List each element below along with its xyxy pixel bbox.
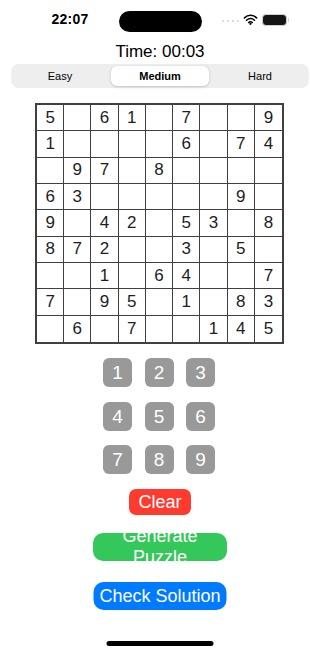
sudoku-cell[interactable]: 7 xyxy=(228,131,255,157)
screen: 22:07 Time: 00:03 Easy Medium Hard 56179… xyxy=(10,0,310,652)
timer-label: Time: 00:03 xyxy=(10,42,310,62)
sudoku-cell[interactable]: 1 xyxy=(37,131,64,157)
sudoku-cell[interactable] xyxy=(146,316,173,342)
sudoku-cell[interactable]: 7 xyxy=(119,316,146,342)
sudoku-cell[interactable] xyxy=(173,184,200,210)
sudoku-cell[interactable] xyxy=(255,158,282,184)
sudoku-cell[interactable] xyxy=(200,184,227,210)
sudoku-cell[interactable]: 4 xyxy=(255,131,282,157)
sudoku-cell[interactable]: 3 xyxy=(64,184,91,210)
sudoku-cell[interactable] xyxy=(228,210,255,236)
sudoku-cell[interactable] xyxy=(173,316,200,342)
sudoku-cell[interactable] xyxy=(119,263,146,289)
sudoku-cell[interactable] xyxy=(200,158,227,184)
sudoku-cell[interactable]: 5 xyxy=(37,105,64,131)
sudoku-cell[interactable]: 3 xyxy=(173,237,200,263)
sudoku-cell[interactable]: 8 xyxy=(228,289,255,315)
sudoku-cell[interactable] xyxy=(228,263,255,289)
check-solution-button[interactable]: Check Solution xyxy=(94,582,227,610)
segment-medium[interactable]: Medium xyxy=(111,66,209,86)
sudoku-cell[interactable] xyxy=(37,316,64,342)
status-icons xyxy=(222,13,290,26)
sudoku-cell[interactable] xyxy=(119,237,146,263)
sudoku-cell[interactable] xyxy=(228,105,255,131)
sudoku-cell[interactable]: 4 xyxy=(228,316,255,342)
status-time: 22:07 xyxy=(50,11,90,27)
sudoku-cell[interactable] xyxy=(119,158,146,184)
sudoku-cell[interactable]: 8 xyxy=(146,158,173,184)
dynamic-island xyxy=(119,11,202,32)
sudoku-cell[interactable]: 9 xyxy=(91,289,118,315)
home-indicator[interactable] xyxy=(107,641,214,646)
sudoku-cell[interactable]: 4 xyxy=(91,210,118,236)
sudoku-cell[interactable]: 3 xyxy=(255,289,282,315)
sudoku-cell[interactable]: 5 xyxy=(173,210,200,236)
sudoku-cell[interactable]: 4 xyxy=(173,263,200,289)
numpad-key-3[interactable]: 3 xyxy=(186,358,215,387)
sudoku-cell[interactable]: 7 xyxy=(91,158,118,184)
sudoku-cell[interactable]: 6 xyxy=(146,263,173,289)
sudoku-cell[interactable]: 7 xyxy=(64,237,91,263)
sudoku-cell[interactable]: 1 xyxy=(200,316,227,342)
sudoku-cell[interactable] xyxy=(146,131,173,157)
sudoku-cell[interactable] xyxy=(255,184,282,210)
numpad-key-1[interactable]: 1 xyxy=(103,358,132,387)
sudoku-cell[interactable] xyxy=(146,184,173,210)
sudoku-cell[interactable] xyxy=(200,105,227,131)
numpad-key-5[interactable]: 5 xyxy=(145,402,174,431)
sudoku-cell[interactable] xyxy=(255,237,282,263)
sudoku-cell[interactable] xyxy=(37,158,64,184)
sudoku-cell[interactable] xyxy=(200,263,227,289)
sudoku-cell[interactable] xyxy=(146,105,173,131)
sudoku-cell[interactable]: 9 xyxy=(255,105,282,131)
sudoku-cell[interactable]: 7 xyxy=(255,263,282,289)
numpad-key-9[interactable]: 9 xyxy=(186,445,215,474)
clear-button[interactable]: Clear xyxy=(129,489,191,515)
sudoku-cell[interactable] xyxy=(64,289,91,315)
numpad-key-8[interactable]: 8 xyxy=(145,445,174,474)
sudoku-cell[interactable]: 7 xyxy=(173,105,200,131)
sudoku-cell[interactable]: 8 xyxy=(255,210,282,236)
sudoku-cell[interactable] xyxy=(146,210,173,236)
sudoku-cell[interactable]: 9 xyxy=(228,184,255,210)
sudoku-cell[interactable]: 2 xyxy=(119,210,146,236)
sudoku-cell[interactable] xyxy=(64,131,91,157)
sudoku-cell[interactable]: 6 xyxy=(64,316,91,342)
sudoku-cell[interactable] xyxy=(228,158,255,184)
sudoku-cell[interactable] xyxy=(91,131,118,157)
segment-easy[interactable]: Easy xyxy=(11,64,109,88)
sudoku-cell[interactable] xyxy=(37,263,64,289)
difficulty-segmented-control: Easy Medium Hard xyxy=(11,64,309,88)
battery-icon xyxy=(262,14,289,26)
sudoku-cell[interactable] xyxy=(64,210,91,236)
sudoku-cell[interactable] xyxy=(64,105,91,131)
sudoku-cell[interactable] xyxy=(91,316,118,342)
sudoku-cell[interactable] xyxy=(200,237,227,263)
sudoku-cell[interactable]: 8 xyxy=(37,237,64,263)
numpad-key-7[interactable]: 7 xyxy=(103,445,132,474)
wifi-icon xyxy=(243,14,258,25)
numpad-key-4[interactable]: 4 xyxy=(103,402,132,431)
sudoku-board: 5617916749786399425388723516477951836714… xyxy=(35,103,284,344)
sudoku-cell[interactable]: 6 xyxy=(37,184,64,210)
sudoku-cell[interactable] xyxy=(146,237,173,263)
numpad-key-6[interactable]: 6 xyxy=(186,402,215,431)
sudoku-cell[interactable]: 7 xyxy=(37,289,64,315)
sudoku-cell[interactable] xyxy=(91,184,118,210)
numpad: 123456789 xyxy=(103,358,215,474)
sudoku-cell[interactable]: 1 xyxy=(119,105,146,131)
generate-puzzle-button[interactable]: Generate Puzzle xyxy=(93,533,227,561)
sudoku-cell[interactable] xyxy=(200,289,227,315)
sudoku-cell[interactable]: 5 xyxy=(119,289,146,315)
sudoku-cell[interactable]: 6 xyxy=(173,131,200,157)
sudoku-cell[interactable] xyxy=(119,184,146,210)
sudoku-cell[interactable]: 5 xyxy=(255,316,282,342)
sudoku-cell[interactable]: 2 xyxy=(91,237,118,263)
sudoku-cell[interactable] xyxy=(146,289,173,315)
sudoku-cell[interactable]: 3 xyxy=(200,210,227,236)
segment-hard[interactable]: Hard xyxy=(211,64,309,88)
sudoku-cell[interactable] xyxy=(119,131,146,157)
sudoku-cell[interactable]: 6 xyxy=(91,105,118,131)
sudoku-cell[interactable]: 9 xyxy=(37,210,64,236)
numpad-key-2[interactable]: 2 xyxy=(145,358,174,387)
sudoku-cell[interactable] xyxy=(200,131,227,157)
sudoku-cell[interactable]: 1 xyxy=(173,289,200,315)
sudoku-cell[interactable]: 1 xyxy=(91,263,118,289)
sudoku-cell[interactable]: 5 xyxy=(228,237,255,263)
sudoku-cell[interactable] xyxy=(64,263,91,289)
cellular-signal-icon xyxy=(222,20,240,23)
sudoku-cell[interactable] xyxy=(173,158,200,184)
sudoku-cell[interactable]: 9 xyxy=(64,158,91,184)
